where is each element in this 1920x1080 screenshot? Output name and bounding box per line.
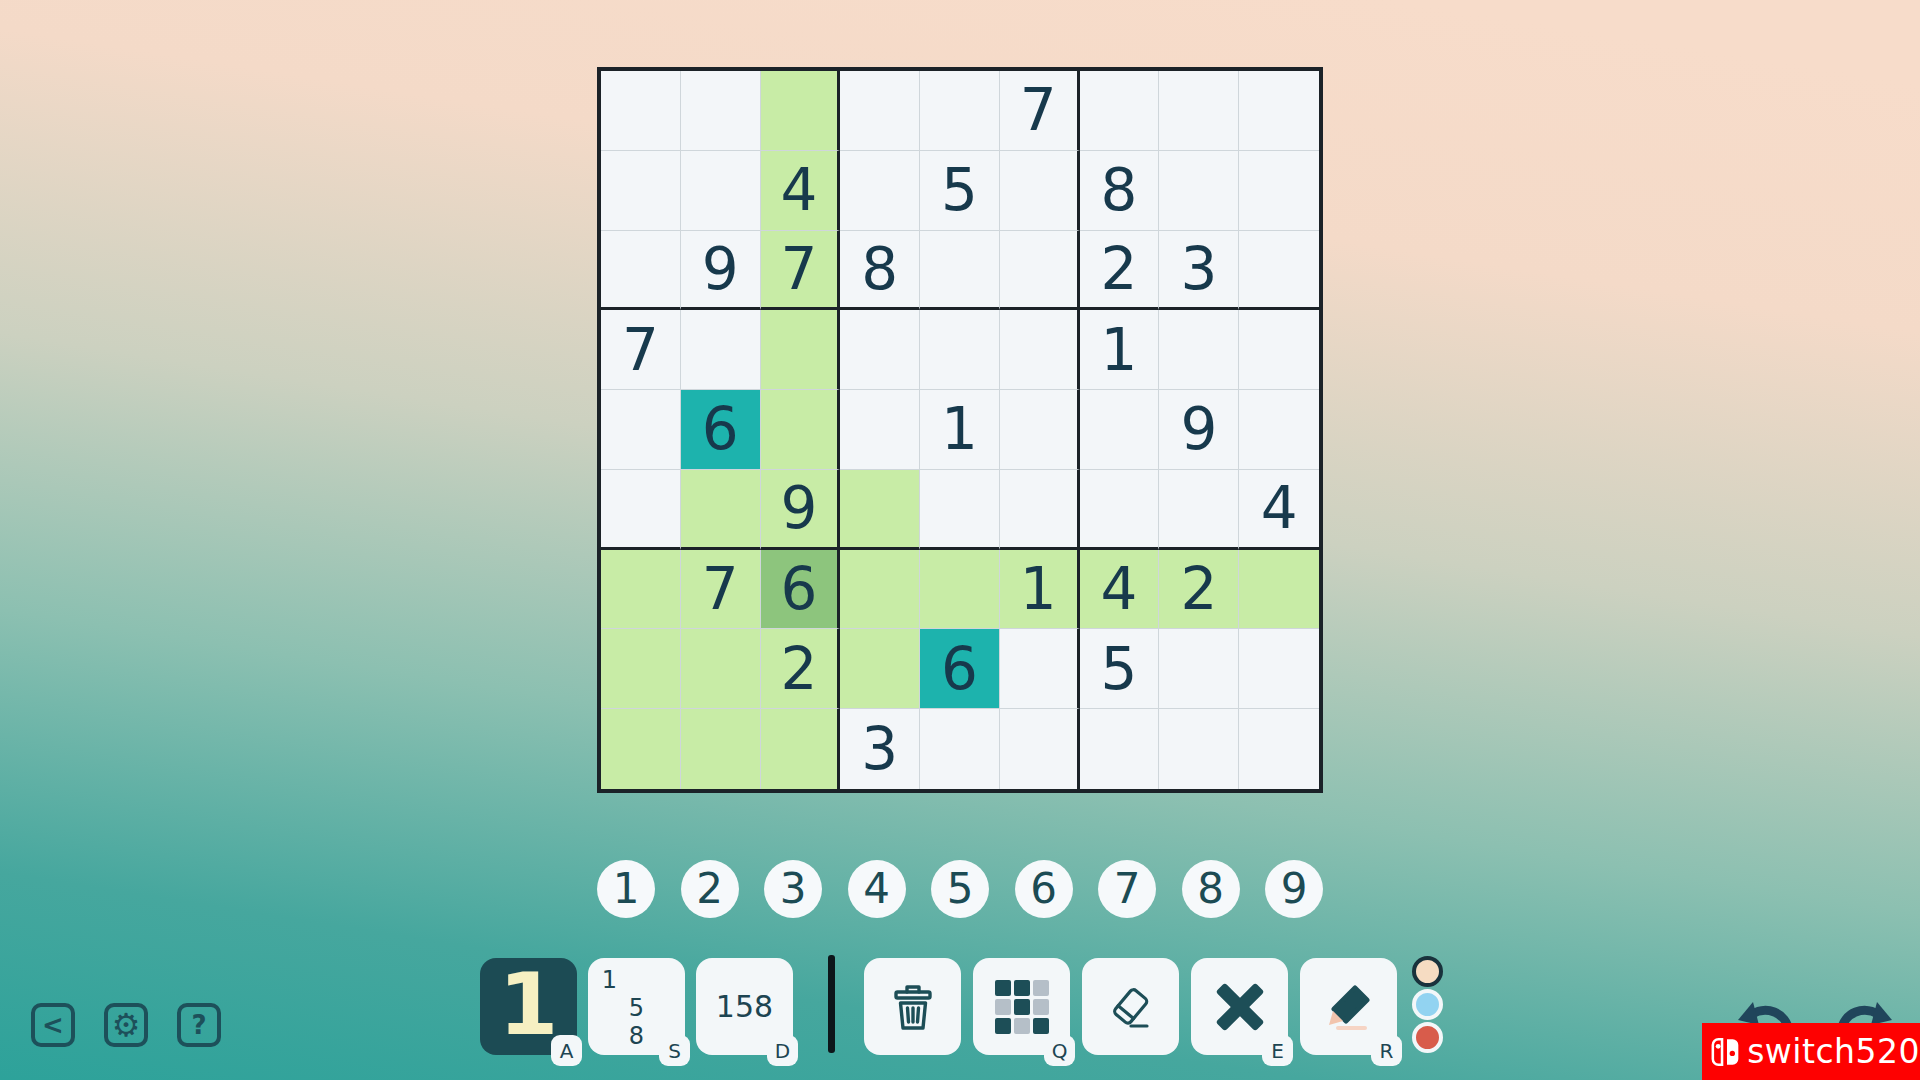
hotkey-badge-e: E — [1262, 1035, 1293, 1066]
cell-r9-c7[interactable] — [1080, 709, 1160, 789]
selected-digit: 1 — [499, 961, 559, 1047]
cell-r3-c3[interactable]: 7 — [761, 231, 841, 311]
center-notes-preview: 158 — [716, 989, 773, 1024]
cell-r7-c1[interactable] — [601, 550, 681, 630]
color-palette — [1412, 956, 1443, 1053]
cell-r9-c9[interactable] — [1239, 709, 1319, 789]
cell-r3-c7[interactable]: 2 — [1080, 231, 1160, 311]
cell-r1-c3[interactable] — [761, 71, 841, 151]
cell-r8-c7[interactable]: 5 — [1080, 629, 1160, 709]
cell-r8-c5[interactable]: 6 — [920, 629, 1000, 709]
cell-r2-c1[interactable] — [601, 151, 681, 231]
sudoku-app: { "game": "sudoku", "position": "0000070… — [0, 0, 1920, 1080]
numpad-6[interactable]: 6 — [1015, 860, 1073, 918]
number-pad: 123456789 — [597, 860, 1323, 918]
clear-board-button[interactable] — [864, 958, 961, 1055]
cell-r3-c2[interactable]: 9 — [681, 231, 761, 311]
cell-r8-c4[interactable] — [840, 629, 920, 709]
cell-r6-c4[interactable] — [840, 470, 920, 550]
cell-r3-c9[interactable] — [1239, 231, 1319, 311]
numpad-1[interactable]: 1 — [597, 860, 655, 918]
cell-r6-c7[interactable] — [1080, 470, 1160, 550]
cell-r5-c3[interactable] — [761, 390, 841, 470]
cell-r9-c3[interactable] — [761, 709, 841, 789]
cell-r3-c4[interactable]: 8 — [840, 231, 920, 311]
cell-r3-c5[interactable] — [920, 231, 1000, 311]
cell-r3-c6[interactable] — [1000, 231, 1080, 311]
cell-r8-c3[interactable]: 2 — [761, 629, 841, 709]
cell-r5-c7[interactable] — [1080, 390, 1160, 470]
cell-r6-c5[interactable] — [920, 470, 1000, 550]
watermark-banner: switch520 — [1702, 1023, 1920, 1080]
bottom-left-nav: < ⚙ ? — [31, 1003, 221, 1047]
cell-r8-c8[interactable] — [1159, 629, 1239, 709]
cell-r9-c8[interactable] — [1159, 709, 1239, 789]
pen-button[interactable]: R — [1300, 958, 1397, 1055]
cell-r6-c8[interactable] — [1159, 470, 1239, 550]
x-icon — [1212, 979, 1268, 1035]
help-button[interactable]: ? — [177, 1003, 221, 1047]
cell-r6-c3[interactable]: 9 — [761, 470, 841, 550]
cell-r6-c6[interactable] — [1000, 470, 1080, 550]
cell-r3-c8[interactable]: 3 — [1159, 231, 1239, 311]
back-button[interactable]: < — [31, 1003, 75, 1047]
eraser-icon — [1106, 982, 1156, 1032]
cell-r5-c6[interactable] — [1000, 390, 1080, 470]
hotkey-badge-a: A — [551, 1035, 582, 1066]
hotkey-badge-s: S — [659, 1035, 690, 1066]
cell-r4-c5[interactable] — [920, 310, 1000, 390]
numpad-3[interactable]: 3 — [764, 860, 822, 918]
corner-notes-tile[interactable]: 158 S — [588, 958, 685, 1055]
settings-button[interactable]: ⚙ — [104, 1003, 148, 1047]
cell-r2-c4[interactable] — [840, 151, 920, 231]
cell-r6-c2[interactable] — [681, 470, 761, 550]
cell-r1-c6[interactable]: 7 — [1000, 71, 1080, 151]
numpad-9[interactable]: 9 — [1265, 860, 1323, 918]
cell-r1-c4[interactable] — [840, 71, 920, 151]
cell-r5-c4[interactable] — [840, 390, 920, 470]
cell-r4-c8[interactable] — [1159, 310, 1239, 390]
color-dot-peach[interactable] — [1412, 956, 1443, 987]
numpad-8[interactable]: 8 — [1182, 860, 1240, 918]
cell-r8-c1[interactable] — [601, 629, 681, 709]
cell-r7-c8[interactable]: 2 — [1159, 550, 1239, 630]
cell-r8-c6[interactable] — [1000, 629, 1080, 709]
cell-r5-c2[interactable]: 6 — [681, 390, 761, 470]
cell-r5-c8[interactable]: 9 — [1159, 390, 1239, 470]
cell-r5-c9[interactable] — [1239, 390, 1319, 470]
cell-r2-c8[interactable] — [1159, 151, 1239, 231]
cell-r2-c9[interactable] — [1239, 151, 1319, 231]
sudoku-board: 7458978237161994761422653 — [597, 67, 1323, 793]
hotkey-badge-q: Q — [1044, 1035, 1075, 1066]
cell-r2-c7[interactable]: 8 — [1080, 151, 1160, 231]
trash-icon — [890, 982, 936, 1032]
color-dot-blue[interactable] — [1412, 989, 1443, 1020]
cell-r9-c2[interactable] — [681, 709, 761, 789]
delete-button[interactable]: E — [1191, 958, 1288, 1055]
cell-r7-c3[interactable]: 6 — [761, 550, 841, 630]
grid-icon — [995, 980, 1049, 1034]
cell-r6-c9[interactable]: 4 — [1239, 470, 1319, 550]
cell-r5-c5[interactable]: 1 — [920, 390, 1000, 470]
cell-r7-c2[interactable]: 7 — [681, 550, 761, 630]
cell-color-button[interactable]: Q — [973, 958, 1070, 1055]
cell-r2-c5[interactable]: 5 — [920, 151, 1000, 231]
cell-r1-c7[interactable] — [1080, 71, 1160, 151]
cell-r4-c3[interactable] — [761, 310, 841, 390]
watermark-text: switch520 — [1747, 1032, 1920, 1071]
cell-r1-c5[interactable] — [920, 71, 1000, 151]
cell-r9-c5[interactable] — [920, 709, 1000, 789]
hotkey-badge-r: R — [1371, 1035, 1402, 1066]
cell-r4-c9[interactable] — [1239, 310, 1319, 390]
numpad-5[interactable]: 5 — [931, 860, 989, 918]
cell-r9-c4[interactable]: 3 — [840, 709, 920, 789]
cell-r4-c1[interactable]: 7 — [601, 310, 681, 390]
back-icon: < — [42, 1010, 64, 1040]
color-dot-coral[interactable] — [1412, 1022, 1443, 1053]
cell-r1-c2[interactable] — [681, 71, 761, 151]
gear-icon: ⚙ — [112, 1006, 141, 1044]
cell-r5-c1[interactable] — [601, 390, 681, 470]
cell-r9-c1[interactable] — [601, 709, 681, 789]
cell-r8-c2[interactable] — [681, 629, 761, 709]
cell-r3-c1[interactable] — [601, 231, 681, 311]
cell-r7-c5[interactable] — [920, 550, 1000, 630]
numpad-7[interactable]: 7 — [1098, 860, 1156, 918]
cell-r7-c4[interactable] — [840, 550, 920, 630]
cell-r2-c2[interactable] — [681, 151, 761, 231]
cell-r8-c9[interactable] — [1239, 629, 1319, 709]
cell-r1-c9[interactable] — [1239, 71, 1319, 151]
cell-r7-c7[interactable]: 4 — [1080, 550, 1160, 630]
help-icon: ? — [191, 1010, 206, 1040]
eraser-button[interactable] — [1082, 958, 1179, 1055]
cell-r1-c8[interactable] — [1159, 71, 1239, 151]
numpad-2[interactable]: 2 — [681, 860, 739, 918]
cell-r9-c6[interactable] — [1000, 709, 1080, 789]
pencil-icon — [1323, 981, 1375, 1033]
selected-digit-tile[interactable]: 1 A — [480, 958, 577, 1055]
center-notes-tile[interactable]: 158 D — [696, 958, 793, 1055]
cell-r4-c6[interactable] — [1000, 310, 1080, 390]
cell-r4-c7[interactable]: 1 — [1080, 310, 1160, 390]
cell-r4-c2[interactable] — [681, 310, 761, 390]
cell-r4-c4[interactable] — [840, 310, 920, 390]
cell-r7-c6[interactable]: 1 — [1000, 550, 1080, 630]
cell-r6-c1[interactable] — [601, 470, 681, 550]
switch-logo-icon — [1710, 1030, 1741, 1074]
cell-r2-c6[interactable] — [1000, 151, 1080, 231]
toolbar-divider — [828, 955, 835, 1053]
cell-r1-c1[interactable] — [601, 71, 681, 151]
cell-r7-c9[interactable] — [1239, 550, 1319, 630]
cell-r2-c3[interactable]: 4 — [761, 151, 841, 231]
hotkey-badge-d: D — [767, 1035, 798, 1066]
numpad-4[interactable]: 4 — [848, 860, 906, 918]
